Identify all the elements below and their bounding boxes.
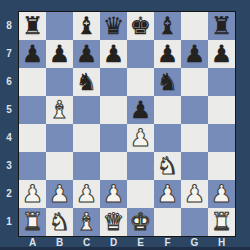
white-queen-icon: ♛ — [103, 208, 125, 236]
square-c8[interactable]: ♝ — [73, 12, 100, 40]
rank-label-4: 4 — [0, 124, 18, 152]
rank-label-8: 8 — [0, 12, 18, 40]
black-pawn-icon: ♟ — [184, 40, 206, 68]
square-c2[interactable]: ♟ — [73, 180, 100, 208]
square-f8[interactable]: ♝ — [154, 12, 181, 40]
square-d1[interactable]: ♛ — [100, 208, 127, 236]
square-b4[interactable] — [46, 124, 73, 152]
black-pawn-icon: ♟ — [211, 40, 233, 68]
square-b1[interactable]: ♞ — [46, 208, 73, 236]
square-f2[interactable]: ♟ — [154, 180, 181, 208]
square-h2[interactable]: ♟ — [208, 180, 235, 208]
square-h1[interactable]: ♜ — [208, 208, 235, 236]
square-e7[interactable] — [127, 40, 154, 68]
square-b2[interactable]: ♟ — [46, 180, 73, 208]
chess-board: ♜♝♛♚♝♜♟♟♟♟♟♟♟♞♞♝♟♟♞♟♟♟♟♟♟♟♜♞♝♛♚♜ — [18, 11, 236, 237]
square-e4[interactable]: ♟ — [127, 124, 154, 152]
white-knight-icon: ♞ — [157, 152, 179, 180]
rank-label-6: 6 — [0, 68, 18, 96]
square-f1[interactable] — [154, 208, 181, 236]
white-bishop-icon: ♝ — [76, 208, 98, 236]
square-a6[interactable] — [19, 68, 46, 96]
black-rook-icon: ♜ — [22, 12, 44, 40]
square-e1[interactable]: ♚ — [127, 208, 154, 236]
square-g2[interactable]: ♟ — [181, 180, 208, 208]
square-d3[interactable] — [100, 152, 127, 180]
square-d4[interactable] — [100, 124, 127, 152]
rank-label-2: 2 — [0, 180, 18, 208]
square-g5[interactable] — [181, 96, 208, 124]
rank-label-1: 1 — [0, 208, 18, 236]
square-a2[interactable]: ♟ — [19, 180, 46, 208]
square-b5[interactable]: ♝ — [46, 96, 73, 124]
square-d5[interactable] — [100, 96, 127, 124]
square-g3[interactable] — [181, 152, 208, 180]
square-b6[interactable] — [46, 68, 73, 96]
rank-label-3: 3 — [0, 152, 18, 180]
square-e6[interactable] — [127, 68, 154, 96]
black-rook-icon: ♜ — [211, 12, 233, 40]
square-g8[interactable] — [181, 12, 208, 40]
black-pawn-icon: ♟ — [103, 40, 125, 68]
chess-diagram: 87654321 ♜♝♛♚♝♜♟♟♟♟♟♟♟♞♞♝♟♟♞♟♟♟♟♟♟♟♜♞♝♛♚… — [0, 0, 250, 250]
black-pawn-icon: ♟ — [157, 40, 179, 68]
square-g4[interactable] — [181, 124, 208, 152]
square-e5[interactable]: ♟ — [127, 96, 154, 124]
square-c5[interactable] — [73, 96, 100, 124]
white-pawn-icon: ♟ — [157, 180, 179, 208]
square-e8[interactable]: ♚ — [127, 12, 154, 40]
white-knight-icon: ♞ — [49, 208, 71, 236]
square-c6[interactable]: ♞ — [73, 68, 100, 96]
square-c1[interactable]: ♝ — [73, 208, 100, 236]
black-knight-icon: ♞ — [157, 68, 179, 96]
black-bishop-icon: ♝ — [157, 12, 179, 40]
rank-label-5: 5 — [0, 96, 18, 124]
square-e3[interactable] — [127, 152, 154, 180]
square-d2[interactable]: ♟ — [100, 180, 127, 208]
square-h3[interactable] — [208, 152, 235, 180]
white-pawn-icon: ♟ — [22, 180, 44, 208]
square-f7[interactable]: ♟ — [154, 40, 181, 68]
square-h8[interactable]: ♜ — [208, 12, 235, 40]
square-b8[interactable] — [46, 12, 73, 40]
black-queen-icon: ♛ — [103, 12, 125, 40]
square-h6[interactable] — [208, 68, 235, 96]
square-d6[interactable] — [100, 68, 127, 96]
black-knight-icon: ♞ — [76, 68, 98, 96]
square-g1[interactable] — [181, 208, 208, 236]
square-c7[interactable]: ♟ — [73, 40, 100, 68]
white-pawn-icon: ♟ — [103, 180, 125, 208]
rank-label-7: 7 — [0, 40, 18, 68]
square-b7[interactable]: ♟ — [46, 40, 73, 68]
square-d7[interactable]: ♟ — [100, 40, 127, 68]
square-h5[interactable] — [208, 96, 235, 124]
white-rook-icon: ♜ — [22, 208, 44, 236]
square-c4[interactable] — [73, 124, 100, 152]
white-pawn-icon: ♟ — [184, 180, 206, 208]
square-h7[interactable]: ♟ — [208, 40, 235, 68]
white-bishop-icon: ♝ — [49, 96, 71, 124]
square-b3[interactable] — [46, 152, 73, 180]
square-a7[interactable]: ♟ — [19, 40, 46, 68]
white-rook-icon: ♜ — [211, 208, 233, 236]
black-pawn-icon: ♟ — [22, 40, 44, 68]
square-f5[interactable] — [154, 96, 181, 124]
rank-labels: 87654321 — [0, 12, 18, 236]
black-king-icon: ♚ — [130, 12, 152, 40]
square-f6[interactable]: ♞ — [154, 68, 181, 96]
white-pawn-icon: ♟ — [49, 180, 71, 208]
square-h4[interactable] — [208, 124, 235, 152]
square-a3[interactable] — [19, 152, 46, 180]
square-g6[interactable] — [181, 68, 208, 96]
white-pawn-icon: ♟ — [130, 124, 152, 152]
white-king-icon: ♚ — [130, 208, 152, 236]
square-e2[interactable] — [127, 180, 154, 208]
square-g7[interactable]: ♟ — [181, 40, 208, 68]
black-bishop-icon: ♝ — [76, 12, 98, 40]
black-pawn-icon: ♟ — [130, 96, 152, 124]
square-a8[interactable]: ♜ — [19, 12, 46, 40]
square-a1[interactable]: ♜ — [19, 208, 46, 236]
square-c3[interactable] — [73, 152, 100, 180]
square-d8[interactable]: ♛ — [100, 12, 127, 40]
square-a5[interactable] — [19, 96, 46, 124]
square-f3[interactable]: ♞ — [154, 152, 181, 180]
black-pawn-icon: ♟ — [49, 40, 71, 68]
black-pawn-icon: ♟ — [76, 40, 98, 68]
square-f4[interactable] — [154, 124, 181, 152]
white-pawn-icon: ♟ — [211, 180, 233, 208]
white-pawn-icon: ♟ — [76, 180, 98, 208]
square-a4[interactable] — [19, 124, 46, 152]
